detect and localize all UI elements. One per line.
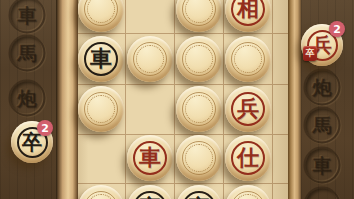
piece-character: 車 [133, 141, 167, 175]
black-soldier-captured-count-badge: 2 [37, 120, 53, 136]
piece-facedown[interactable] [176, 86, 222, 132]
piece-facedown[interactable] [225, 36, 271, 82]
grid-line-horizontal [78, 134, 288, 135]
piece-black-chariot[interactable]: 車 [78, 36, 124, 82]
facedown-piece-face [182, 92, 216, 126]
carved-slot-炮: 炮 [304, 69, 341, 106]
board-frame-left [56, 0, 78, 199]
carved-slot-馬: 馬 [304, 107, 341, 144]
facedown-piece-face [84, 0, 118, 26]
piece-character: 卒 [133, 191, 167, 199]
grid-line-vertical [125, 0, 126, 199]
grid-line-horizontal [78, 84, 288, 85]
carved-slot-馬: 馬 [9, 35, 46, 72]
facedown-piece-face [84, 92, 118, 126]
facedown-piece-face [182, 0, 216, 26]
piece-character: 車 [84, 42, 118, 76]
piece-facedown[interactable] [127, 36, 173, 82]
grid-line-horizontal [78, 33, 288, 34]
facedown-piece-face [133, 42, 167, 76]
piece-character: 兵 [231, 92, 265, 126]
piece-red-chariot[interactable]: 車 [127, 135, 173, 181]
piece-red-advisor[interactable]: 仕 [225, 135, 271, 181]
piece-facedown[interactable] [176, 135, 222, 181]
piece-character: 仕 [231, 141, 265, 175]
piece-character: 卒 [182, 191, 216, 199]
board-frame-right [288, 0, 301, 199]
carved-slot-車: 車 [304, 147, 341, 184]
facedown-piece-face [231, 191, 265, 199]
piece-facedown[interactable] [78, 86, 124, 132]
carved-slot-炮: 炮 [9, 80, 46, 117]
captured-piece-identity-icon: 卒 [303, 46, 317, 61]
facedown-piece-face [231, 42, 265, 76]
grid-line-vertical [223, 0, 224, 199]
grid-line-vertical [272, 0, 273, 199]
piece-red-soldier[interactable]: 兵 [225, 86, 271, 132]
red-soldier-captured-count-badge: 2 [329, 21, 345, 37]
facedown-piece-face [84, 191, 118, 199]
piece-facedown[interactable] [176, 36, 222, 82]
facedown-piece-face [182, 42, 216, 76]
grid-line-vertical [174, 0, 175, 199]
xiangqi-game-screen: 相車兵車仕卒卒車馬炮炮馬車卒兵22卒 [0, 0, 354, 199]
grid-line-horizontal [78, 183, 288, 184]
piece-character: 相 [231, 0, 265, 26]
facedown-piece-face [182, 141, 216, 175]
